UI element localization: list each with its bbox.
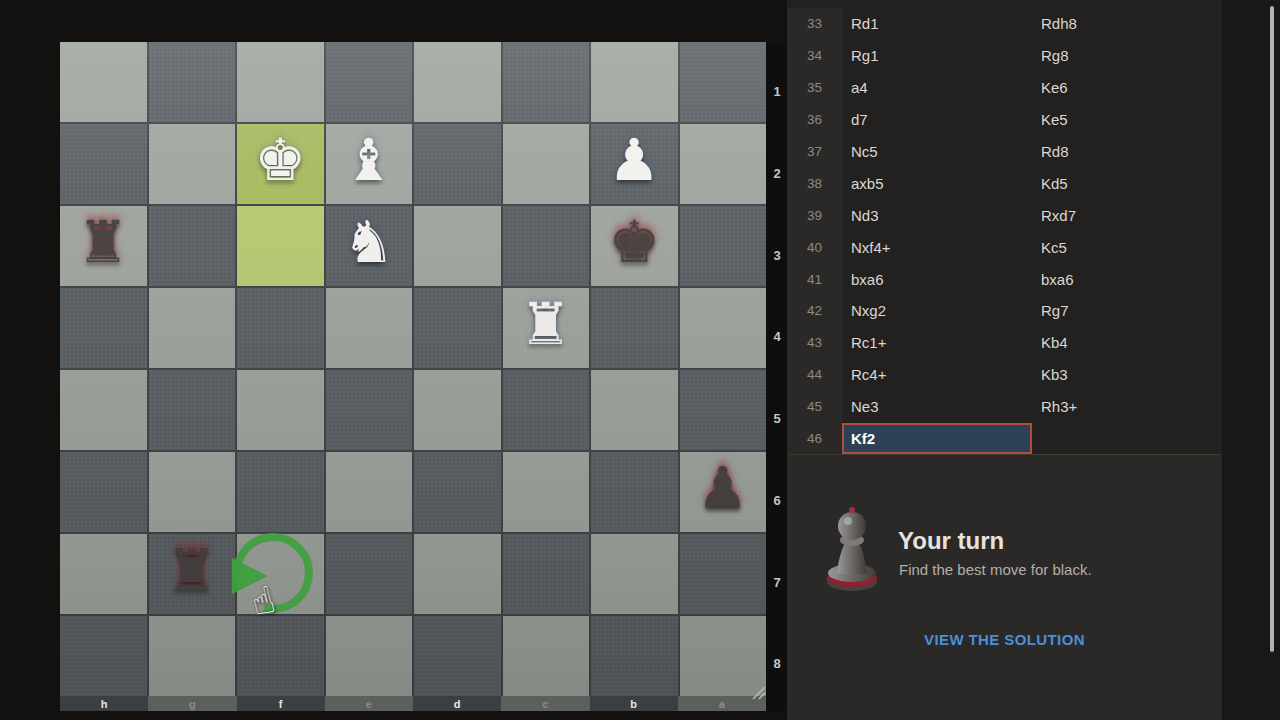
square-e8[interactable] — [326, 616, 413, 696]
square-f8[interactable] — [237, 616, 324, 696]
square-b3[interactable]: ♚ — [591, 206, 678, 286]
move-33-black[interactable]: Rdh8 — [1032, 8, 1222, 40]
square-b1[interactable] — [591, 42, 678, 122]
square-a5[interactable] — [680, 370, 767, 450]
board-area: ♚♝♟♜♞♚♜♟♜ ☝ — [60, 42, 766, 696]
side-panel: 33Rd1Rdh834Rg1Rg835a4Ke636d7Ke537Nc5Rd83… — [787, 0, 1222, 720]
move-number-43: 43 — [787, 327, 842, 359]
your-turn-panel: Your turn Find the best move for black. … — [787, 455, 1222, 720]
move-row-41: 41bxa6bxa6 — [787, 263, 1222, 295]
square-b6[interactable] — [591, 452, 678, 532]
square-c8[interactable] — [503, 616, 590, 696]
black-rook[interactable]: ♜ — [77, 213, 129, 271]
black-pawn[interactable]: ♟ — [697, 459, 749, 517]
move-row-43: 43Rc1+Kb4 — [787, 327, 1222, 359]
move-number-42: 42 — [787, 295, 842, 327]
move-row-45: 45Ne3Rh3+ — [787, 391, 1222, 423]
square-a4[interactable] — [680, 288, 767, 368]
square-e2[interactable]: ♝ — [326, 124, 413, 204]
square-f5[interactable] — [237, 370, 324, 450]
file-label-e: e — [325, 696, 413, 711]
square-h6[interactable] — [60, 452, 147, 532]
square-g8[interactable] — [149, 616, 236, 696]
move-44-white[interactable]: Rc4+ — [842, 359, 1032, 391]
square-a2[interactable] — [680, 124, 767, 204]
square-c5[interactable] — [503, 370, 590, 450]
move-number-34: 34 — [787, 40, 842, 72]
square-a3[interactable] — [680, 206, 767, 286]
move-number-40: 40 — [787, 231, 842, 263]
move-33-white[interactable]: Rd1 — [842, 8, 1032, 40]
square-f7[interactable] — [237, 534, 324, 614]
scroll-gutter — [1222, 0, 1280, 720]
move-39-black[interactable]: Rxd7 — [1032, 199, 1222, 231]
rank-coordinates: 12345678 — [766, 42, 788, 711]
move-row-40: 40Nxf4+Kc5 — [787, 231, 1222, 263]
move-37-black[interactable]: Rd8 — [1032, 136, 1222, 168]
square-h2[interactable] — [60, 124, 147, 204]
rank-label-3: 3 — [766, 248, 788, 263]
black-rook[interactable]: ♜ — [166, 541, 218, 599]
square-f1[interactable] — [237, 42, 324, 122]
move-number-37: 37 — [787, 136, 842, 168]
move-row-33: 33Rd1Rdh8 — [787, 8, 1222, 40]
move-row-38: 38axb5Kd5 — [787, 167, 1222, 199]
square-h1[interactable] — [60, 42, 147, 122]
square-h3[interactable]: ♜ — [60, 206, 147, 286]
scrollbar-thumb[interactable] — [1270, 6, 1274, 652]
white-knight[interactable]: ♞ — [343, 213, 395, 271]
move-row-39: 39Nd3Rxd7 — [787, 199, 1222, 231]
move-41-white[interactable]: bxa6 — [842, 263, 1032, 295]
file-label-g: g — [148, 696, 236, 711]
move-number-33: 33 — [787, 8, 842, 40]
square-d6[interactable] — [414, 452, 501, 532]
move-38-white[interactable]: axb5 — [842, 167, 1032, 199]
square-c6[interactable] — [503, 452, 590, 532]
square-b5[interactable] — [591, 370, 678, 450]
move-42-black[interactable]: Rg7 — [1032, 295, 1222, 327]
black-king[interactable]: ♚ — [608, 213, 660, 271]
square-a7[interactable] — [680, 534, 767, 614]
black-pawn-icon — [824, 502, 880, 594]
move-36-black[interactable]: Ke5 — [1032, 104, 1222, 136]
move-number-35: 35 — [787, 72, 842, 104]
move-46-white[interactable]: Kf2 — [842, 423, 1032, 455]
move-number-39: 39 — [787, 199, 842, 231]
move-43-white[interactable]: Rc1+ — [842, 327, 1032, 359]
square-d4[interactable] — [414, 288, 501, 368]
move-row-35: 35a4Ke6 — [787, 72, 1222, 104]
rank-label-5: 5 — [766, 411, 788, 426]
square-c4[interactable]: ♜ — [503, 288, 590, 368]
square-e3[interactable]: ♞ — [326, 206, 413, 286]
square-h7[interactable] — [60, 534, 147, 614]
move-45-white[interactable]: Ne3 — [842, 391, 1032, 423]
white-pawn[interactable]: ♟ — [608, 131, 660, 189]
move-number-45: 45 — [787, 391, 842, 423]
rank-label-6: 6 — [766, 493, 788, 508]
chess-puzzle-app: ♚♝♟♜♞♚♜♟♜ ☝ hgfedcba 12345678 33Rd1Rdh83… — [0, 0, 1280, 720]
square-e5[interactable] — [326, 370, 413, 450]
square-h4[interactable] — [60, 288, 147, 368]
rank-label-8: 8 — [766, 656, 788, 671]
move-number-41: 41 — [787, 263, 842, 295]
square-b2[interactable]: ♟ — [591, 124, 678, 204]
move-number-36: 36 — [787, 104, 842, 136]
square-f4[interactable] — [237, 288, 324, 368]
square-d8[interactable] — [414, 616, 501, 696]
file-label-b: b — [590, 696, 678, 711]
square-g5[interactable] — [149, 370, 236, 450]
square-g1[interactable] — [149, 42, 236, 122]
square-a1[interactable] — [680, 42, 767, 122]
square-g2[interactable] — [149, 124, 236, 204]
your-turn-subtitle: Find the best move for black. — [899, 561, 1092, 578]
square-e4[interactable] — [326, 288, 413, 368]
move-40-black[interactable]: Kc5 — [1032, 231, 1222, 263]
square-f3[interactable] — [237, 206, 324, 286]
square-e6[interactable] — [326, 452, 413, 532]
move-35-black[interactable]: Ke6 — [1032, 72, 1222, 104]
square-c2[interactable] — [503, 124, 590, 204]
move-row-37: 37Nc5Rd8 — [787, 136, 1222, 168]
file-label-h: h — [60, 696, 148, 711]
move-number-44: 44 — [787, 359, 842, 391]
square-d2[interactable] — [414, 124, 501, 204]
move-row-34: 34Rg1Rg8 — [787, 40, 1222, 72]
file-label-f: f — [237, 696, 325, 711]
move-43-black[interactable]: Kb4 — [1032, 327, 1222, 359]
square-e1[interactable] — [326, 42, 413, 122]
white-rook[interactable]: ♜ — [520, 295, 572, 353]
file-label-c: c — [501, 696, 589, 711]
move-42-white[interactable]: Nxg2 — [842, 295, 1032, 327]
move-38-black[interactable]: Kd5 — [1032, 167, 1222, 199]
rank-label-4: 4 — [766, 329, 788, 344]
square-h8[interactable] — [60, 616, 147, 696]
move-number-38: 38 — [787, 167, 842, 199]
square-c1[interactable] — [503, 42, 590, 122]
square-a6[interactable]: ♟ — [680, 452, 767, 532]
move-40-white[interactable]: Nxf4+ — [842, 231, 1032, 263]
rank-label-1: 1 — [766, 84, 788, 99]
move-row-42: 42Nxg2Rg7 — [787, 295, 1222, 327]
square-g4[interactable] — [149, 288, 236, 368]
file-coordinates: hgfedcba — [60, 696, 766, 711]
square-c7[interactable] — [503, 534, 590, 614]
square-d1[interactable] — [414, 42, 501, 122]
square-e7[interactable] — [326, 534, 413, 614]
square-d5[interactable] — [414, 370, 501, 450]
move-36-white[interactable]: d7 — [842, 104, 1032, 136]
move-41-black[interactable]: bxa6 — [1032, 263, 1222, 295]
move-44-black[interactable]: Kb3 — [1032, 359, 1222, 391]
square-g3[interactable] — [149, 206, 236, 286]
file-label-d: d — [413, 696, 501, 711]
move-45-black[interactable]: Rh3+ — [1032, 391, 1222, 423]
move-35-white[interactable]: a4 — [842, 72, 1032, 104]
rank-label-7: 7 — [766, 575, 788, 590]
view-solution-link[interactable]: VIEW THE SOLUTION — [787, 631, 1222, 648]
white-bishop[interactable]: ♝ — [343, 131, 395, 189]
square-f2[interactable]: ♚ — [237, 124, 324, 204]
white-king[interactable]: ♚ — [254, 131, 306, 189]
square-h5[interactable] — [60, 370, 147, 450]
square-d7[interactable] — [414, 534, 501, 614]
square-c3[interactable] — [503, 206, 590, 286]
chess-board: ♚♝♟♜♞♚♜♟♜ — [60, 42, 766, 696]
move-number-46: 46 — [787, 423, 842, 455]
square-g6[interactable] — [149, 452, 236, 532]
move-row-44: 44Rc4+Kb3 — [787, 359, 1222, 391]
move-row-46: 46Kf2 — [787, 423, 1222, 455]
board-resize-handle[interactable] — [750, 684, 766, 700]
move-34-black[interactable]: Rg8 — [1032, 40, 1222, 72]
square-b8[interactable] — [591, 616, 678, 696]
move-46-black — [1032, 423, 1222, 455]
square-d3[interactable] — [414, 206, 501, 286]
square-f6[interactable] — [237, 452, 324, 532]
move-37-white[interactable]: Nc5 — [842, 136, 1032, 168]
move-34-white[interactable]: Rg1 — [842, 40, 1032, 72]
square-b7[interactable] — [591, 534, 678, 614]
rank-label-2: 2 — [766, 166, 788, 181]
move-39-white[interactable]: Nd3 — [842, 199, 1032, 231]
move-row-36: 36d7Ke5 — [787, 104, 1222, 136]
square-g7[interactable]: ♜ — [149, 534, 236, 614]
move-list: 33Rd1Rdh834Rg1Rg835a4Ke636d7Ke537Nc5Rd83… — [787, 0, 1222, 455]
your-turn-title: Your turn — [898, 527, 1004, 555]
square-b4[interactable] — [591, 288, 678, 368]
